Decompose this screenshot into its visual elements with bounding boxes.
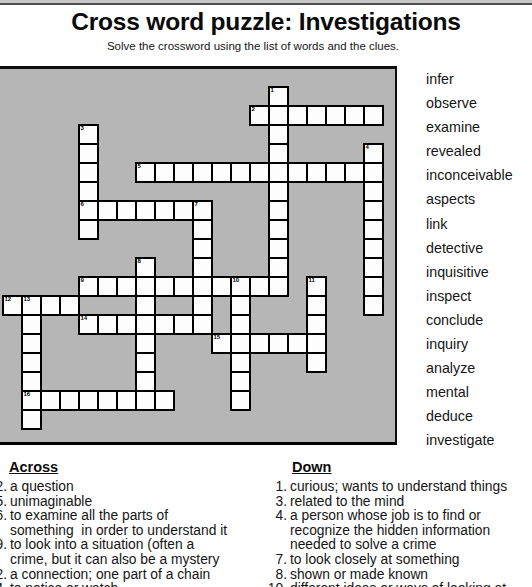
grid-cell[interactable]: 10 [231,277,250,296]
grid-blank [250,296,269,315]
grid-blank [117,239,136,258]
grid-cell[interactable] [269,182,288,201]
grid-blank [117,296,136,315]
grid-cell[interactable] [117,277,136,296]
grid-blank [231,201,250,220]
grid-cell[interactable] [60,296,79,315]
grid-blank [98,334,117,353]
grid-blank [307,391,326,410]
grid-cell[interactable] [79,391,98,410]
grid-blank [60,334,79,353]
grid-blank [288,410,307,429]
grid-cell[interactable] [22,372,41,391]
grid-blank [155,220,174,239]
grid-blank [307,372,326,391]
grid-blank [212,239,231,258]
clue-item-number: 5. [0,495,7,510]
grid-blank [307,87,326,106]
grid-blank [250,410,269,429]
grid-blank [326,353,345,372]
grid-blank [326,334,345,353]
grid-cell[interactable] [117,315,136,334]
grid-cell[interactable] [364,106,383,125]
word-bank-item: revealed [426,139,513,163]
grid-cell[interactable] [22,353,41,372]
grid-blank [193,372,212,391]
grid-blank [98,372,117,391]
grid-blank [60,315,79,334]
grid-blank [269,353,288,372]
clue-item: 7.to look closely at something [268,553,532,568]
grid-cell[interactable] [174,277,193,296]
grid-cell[interactable] [136,296,155,315]
grid-cell[interactable] [193,296,212,315]
clue-item: 10.different ideas or ways of looking at [268,582,532,587]
grid-blank [22,277,41,296]
grid-cell[interactable] [364,182,383,201]
word-bank-item: inquiry [426,332,513,356]
grid-cell[interactable] [269,258,288,277]
clue-item: 8.shown or made known [268,568,532,583]
grid-blank [41,372,60,391]
grid-cell[interactable] [345,106,364,125]
grid-cell[interactable] [41,391,60,410]
grid-cell[interactable] [79,144,98,163]
grid-cell[interactable] [364,296,383,315]
clue-number: 2 [252,106,255,113]
clue-item: 14.to notice or watch [0,582,280,587]
grid-blank [250,87,269,106]
grid-blank [3,182,22,201]
grid-cell[interactable] [231,315,250,334]
word-bank-item: observe [426,91,513,115]
grid-cell[interactable] [98,277,117,296]
grid-blank [212,201,231,220]
grid-blank [60,163,79,182]
grid-blank [41,106,60,125]
grid-cell[interactable] [307,315,326,334]
grid-cell[interactable] [212,277,231,296]
grid-cell[interactable] [98,315,117,334]
clue-item-text: to notice or watch [7,582,118,587]
grid-blank [22,201,41,220]
clue-item-text: different ideas or ways of looking at [287,582,506,587]
grid-blank [307,220,326,239]
grid-blank [364,353,383,372]
clue-item-text: related to the mind [287,495,404,510]
grid-blank [155,410,174,429]
grid-blank [326,87,345,106]
grid-cell[interactable]: 11 [307,277,326,296]
grid-cell[interactable] [269,201,288,220]
grid-cell[interactable]: 2 [250,106,269,125]
grid-blank [41,334,60,353]
grid-cell[interactable] [136,391,155,410]
grid-blank [250,220,269,239]
clue-number: 15 [214,334,221,341]
grid-blank [231,258,250,277]
grid-blank [345,410,364,429]
grid-blank [117,258,136,277]
grid-blank [136,410,155,429]
grid-blank [155,372,174,391]
grid-blank [41,125,60,144]
word-bank-item: link [426,212,513,236]
grid-blank [364,87,383,106]
grid-cell[interactable] [307,106,326,125]
grid-cell[interactable] [326,163,345,182]
grid-cell[interactable] [22,315,41,334]
clue-item-text: unimaginable [7,495,92,510]
grid-cell[interactable] [79,220,98,239]
grid-blank [326,277,345,296]
grid-cell[interactable] [364,277,383,296]
clue-item-number: 1. [268,480,287,495]
grid-cell[interactable] [193,258,212,277]
grid-blank [22,258,41,277]
clue-number: 14 [81,315,88,322]
clue-item-text: to examine all the parts ofsomething in … [7,509,227,538]
grid-cell[interactable]: 5 [136,163,155,182]
page-top-edge [0,0,532,5]
grid-blank [136,182,155,201]
grid-blank [3,87,22,106]
grid-cell[interactable]: 1 [269,87,288,106]
grid-blank [288,220,307,239]
grid-cell[interactable] [269,125,288,144]
grid-cell[interactable] [155,277,174,296]
grid-blank [136,125,155,144]
grid-cell[interactable] [269,277,288,296]
grid-blank [193,125,212,144]
grid-cell[interactable] [98,201,117,220]
grid-blank [79,106,98,125]
clue-item-number: 8. [268,568,287,583]
grid-blank [60,87,79,106]
grid-blank [117,353,136,372]
clue-item: 5.unimaginable [0,495,280,510]
word-bank-item: analyze [426,356,513,380]
grid-blank [117,87,136,106]
grid-blank [269,372,288,391]
grid-cell[interactable] [231,353,250,372]
grid-blank [193,106,212,125]
grid-cell[interactable] [136,372,155,391]
grid-blank [364,125,383,144]
grid-cell[interactable] [288,106,307,125]
word-bank-item: detective [426,236,513,260]
grid-blank [136,220,155,239]
grid-blank [174,182,193,201]
clue-item: 6.to examine all the parts ofsomething i… [0,509,280,538]
clue-number: 16 [24,391,31,398]
grid-cell[interactable] [136,201,155,220]
grid-blank [212,182,231,201]
clue-item: 3.related to the mind [268,495,532,510]
grid-blank [117,410,136,429]
grid-cell[interactable] [288,163,307,182]
grid-blank [41,87,60,106]
grid-blank [231,182,250,201]
grid-blank [155,144,174,163]
grid-blank [41,201,60,220]
grid-cell[interactable] [269,239,288,258]
grid-blank [326,258,345,277]
grid-blank [136,106,155,125]
grid-blank [60,277,79,296]
grid-blank [22,163,41,182]
grid-blank [345,315,364,334]
clue-item-number: 2. [0,480,7,495]
grid-cell[interactable] [60,391,79,410]
grid-cell[interactable] [193,239,212,258]
grid-blank [79,258,98,277]
grid-blank [60,239,79,258]
grid-cell[interactable] [155,201,174,220]
grid-blank [3,239,22,258]
grid-blank [250,315,269,334]
grid-blank [250,391,269,410]
grid-cell[interactable] [250,277,269,296]
grid-cell[interactable] [174,163,193,182]
clue-number: 11 [309,277,315,284]
grid-cell[interactable] [345,163,364,182]
grid-blank [288,144,307,163]
grid-cell[interactable] [41,296,60,315]
word-bank: inferobserveexaminerevealedinconceivable… [426,67,513,453]
grid-cell[interactable] [193,220,212,239]
grid-cell[interactable] [117,391,136,410]
grid-blank [41,353,60,372]
grid-cell[interactable] [269,220,288,239]
grid-cell[interactable] [155,315,174,334]
grid-blank [231,106,250,125]
grid-blank [250,125,269,144]
grid-blank [3,125,22,144]
grid-blank [212,220,231,239]
grid-cell[interactable] [79,163,98,182]
grid-cell[interactable] [136,315,155,334]
grid-blank [3,163,22,182]
word-bank-item: examine [426,115,513,139]
grid-cell[interactable] [250,334,269,353]
clue-number: 3 [81,125,84,132]
grid-blank [174,144,193,163]
grid-cell[interactable] [364,201,383,220]
grid-blank [364,334,383,353]
grid-cell[interactable] [269,163,288,182]
grid-cell[interactable] [269,106,288,125]
grid-blank [364,315,383,334]
grid-blank [117,125,136,144]
grid-cell[interactable] [136,353,155,372]
grid-blank [345,144,364,163]
grid-blank [345,201,364,220]
grid-blank [288,201,307,220]
grid-blank [117,163,136,182]
grid-blank [117,106,136,125]
grid-cell[interactable] [212,163,231,182]
grid-blank [212,125,231,144]
grid-blank [326,296,345,315]
grid-blank [117,334,136,353]
grid-blank [41,410,60,429]
grid-blank [3,372,22,391]
grid-blank [231,410,250,429]
grid-blank [212,315,231,334]
grid-blank [117,182,136,201]
grid-blank [231,87,250,106]
grid-blank [117,220,136,239]
grid-cell[interactable] [193,163,212,182]
grid-cell[interactable]: 9 [79,277,98,296]
grid-blank [364,372,383,391]
grid-blank [155,334,174,353]
grid-blank [41,258,60,277]
grid-blank [288,353,307,372]
grid-cell[interactable] [136,277,155,296]
grid-cell[interactable]: 14 [79,315,98,334]
clue-number: 8 [138,258,141,265]
grid-cell[interactable] [288,334,307,353]
grid-cell[interactable]: 6 [79,201,98,220]
page-title: Cross word puzzle: Investigations [0,8,532,36]
grid-cell[interactable]: 8 [136,258,155,277]
grid-blank [193,353,212,372]
grid-cell[interactable] [155,391,174,410]
grid-cell[interactable] [231,296,250,315]
grid-cell[interactable] [269,144,288,163]
grid-blank [3,410,22,429]
across-clues-header: Across [9,459,58,475]
grid-blank [250,144,269,163]
grid-blank [136,239,155,258]
grid-blank [174,87,193,106]
grid-cell[interactable] [174,201,193,220]
clue-item-text: to look closely at something [287,553,459,568]
grid-blank [3,391,22,410]
grid-blank [60,372,79,391]
grid-blank [3,144,22,163]
grid-cell[interactable] [136,334,155,353]
grid-blank [98,258,117,277]
grid-blank [212,410,231,429]
clue-item-text: to look into a situation (often acrime, … [7,538,219,567]
grid-cell[interactable] [250,163,269,182]
grid-blank [345,296,364,315]
grid-cell[interactable] [22,334,41,353]
grid-blank [307,182,326,201]
word-bank-item: deduce [426,404,513,428]
grid-blank [60,201,79,220]
grid-cell[interactable] [193,315,212,334]
grid-blank [288,296,307,315]
grid-cell[interactable]: 3 [79,125,98,144]
grid-cell[interactable]: 12 [3,296,22,315]
grid-blank [174,410,193,429]
grid-blank [212,106,231,125]
grid-cell[interactable] [269,334,288,353]
grid-cell[interactable]: 4 [364,144,383,163]
grid-blank [212,144,231,163]
grid-blank [193,391,212,410]
grid-blank [345,87,364,106]
grid-blank [174,296,193,315]
grid-blank [345,239,364,258]
grid-blank [117,372,136,391]
grid-cell[interactable] [231,372,250,391]
grid-cell[interactable] [231,391,250,410]
grid-blank [174,220,193,239]
word-bank-item: mental [426,380,513,404]
grid-blank [22,125,41,144]
grid-cell[interactable] [307,353,326,372]
word-bank-item: investigate [426,428,513,452]
grid-blank [79,353,98,372]
grid-cell[interactable] [193,277,212,296]
grid-cell[interactable] [231,163,250,182]
grid-blank [288,239,307,258]
grid-cell[interactable] [155,163,174,182]
grid-cell[interactable] [231,334,250,353]
grid-blank [326,220,345,239]
grid-cell[interactable] [174,315,193,334]
grid-blank [231,125,250,144]
grid-cell[interactable]: 13 [22,296,41,315]
grid-cell[interactable] [307,296,326,315]
grid-blank [79,87,98,106]
grid-blank [250,182,269,201]
grid-cell[interactable] [98,391,117,410]
grid-cell[interactable]: 7 [193,201,212,220]
grid-cell[interactable] [117,201,136,220]
clue-item-number: 10. [268,582,287,587]
grid-blank [79,372,98,391]
grid-cell[interactable] [364,220,383,239]
grid-blank [288,277,307,296]
grid-cell[interactable] [364,163,383,182]
grid-blank [3,220,22,239]
clue-number: 9 [81,277,84,284]
grid-blank [269,391,288,410]
puzzle-grid: 12345678910111213141516 [3,87,383,429]
grid-cell[interactable]: 15 [212,334,231,353]
grid-blank [60,106,79,125]
grid-blank [307,258,326,277]
grid-cell[interactable] [307,334,326,353]
grid-cell[interactable] [364,258,383,277]
grid-cell[interactable] [364,239,383,258]
grid-blank [345,258,364,277]
grid-cell[interactable] [79,182,98,201]
grid-blank [345,125,364,144]
grid-blank [174,125,193,144]
grid-cell[interactable] [22,410,41,429]
word-bank-item: conclude [426,308,513,332]
grid-cell[interactable]: 16 [22,391,41,410]
grid-blank [98,296,117,315]
word-bank-item: inconceivable [426,163,513,187]
grid-blank [326,201,345,220]
grid-blank [136,144,155,163]
grid-blank [174,239,193,258]
grid-blank [98,106,117,125]
grid-cell[interactable] [326,106,345,125]
grid-blank [326,410,345,429]
grid-cell[interactable] [307,163,326,182]
grid-blank [250,353,269,372]
grid-blank [155,87,174,106]
